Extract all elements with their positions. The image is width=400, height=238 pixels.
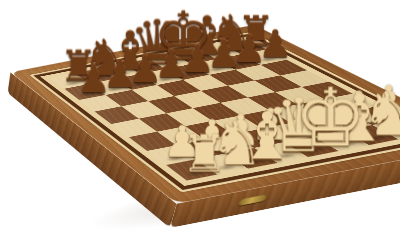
scene-rotation-wrapper: ♜♞♝♛♚♝♞♜♟♟♟♟♟♟♟♟♟♟♟♟♟♟♟♟♜♞♝♛♚♝♞♜ (0, 0, 400, 238)
chess-board: ♜♞♝♛♚♝♞♜♟♟♟♟♟♟♟♟♟♟♟♟♟♟♟♟♜♞♝♛♚♝♞♜ (10, 25, 400, 204)
brass-hinge-left (238, 194, 267, 206)
board-inlay-margin: ♜♞♝♛♚♝♞♜♟♟♟♟♟♟♟♟♟♟♟♟♟♟♟♟♜♞♝♛♚♝♞♜ (29, 32, 400, 192)
white-king[interactable]: ♚ (295, 78, 367, 159)
board-inlay-band: ♜♞♝♛♚♝♞♜♟♟♟♟♟♟♟♟♟♟♟♟♟♟♟♟♜♞♝♛♚♝♞♜ (33, 33, 400, 190)
chess-set-photo: ♜♞♝♛♚♝♞♜♟♟♟♟♟♟♟♟♟♟♟♟♟♟♟♟♜♞♝♛♚♝♞♜ (0, 0, 400, 238)
black-pawn[interactable]: ♟ (258, 25, 292, 63)
perspective-container: ♜♞♝♛♚♝♞♜♟♟♟♟♟♟♟♟♟♟♟♟♟♟♟♟♜♞♝♛♚♝♞♜ (0, 0, 400, 238)
